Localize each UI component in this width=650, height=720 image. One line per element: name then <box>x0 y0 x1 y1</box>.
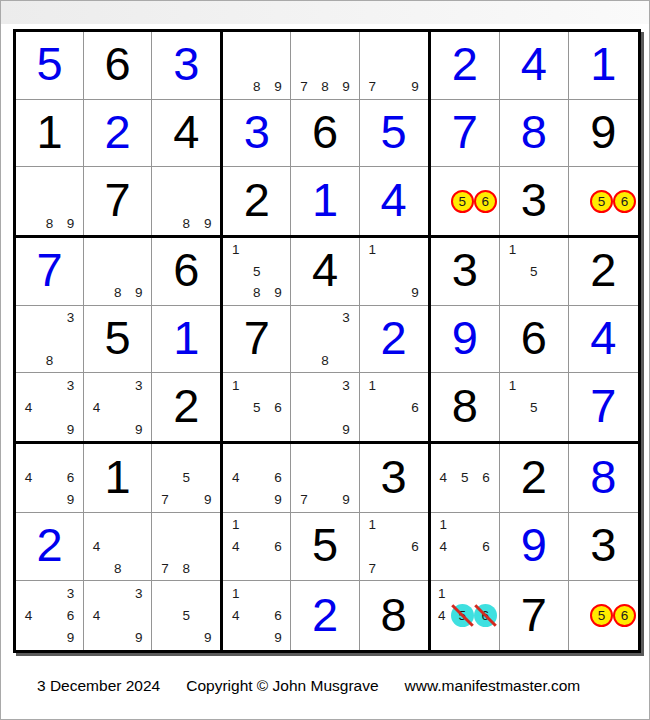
empty-candidate-slot <box>176 536 197 558</box>
sudoku-board: 5631248978989789793652142417895635678963… <box>13 29 641 653</box>
box-4: 789638513493492 <box>16 238 223 444</box>
cell-value: 8 <box>521 108 547 158</box>
empty-candidate-slot <box>60 445 81 467</box>
cell-r2c3[interactable]: 4 <box>152 100 220 168</box>
cell-value: 2 <box>244 176 270 226</box>
cell-r6c1[interactable]: 349 <box>16 373 84 441</box>
empty-candidate-slot <box>314 418 335 440</box>
empty-candidate-slot <box>107 627 128 649</box>
candidate-8: 8 <box>39 212 60 234</box>
empty-candidate-slot <box>86 418 107 440</box>
candidate-3: 3 <box>60 307 81 329</box>
empty-candidate-slot <box>502 261 523 283</box>
candidate-6: 6 <box>475 467 496 489</box>
empty-candidate-slot <box>502 396 523 418</box>
cell-value: 7 <box>521 591 547 641</box>
empty-candidate-slot <box>336 55 357 77</box>
cell-r7c8[interactable]: 2 <box>500 444 569 513</box>
empty-candidate-slot <box>545 282 566 304</box>
cell-value: 2 <box>381 314 407 364</box>
empty-candidate-slot <box>362 418 383 440</box>
cell-r4c2[interactable]: 89 <box>84 238 152 306</box>
cell-r9c6[interactable]: 8 <box>360 581 428 650</box>
candidate-grid: 456 <box>433 445 497 511</box>
candidate-grid: 349 <box>86 374 149 440</box>
empty-candidate-slot <box>454 514 475 536</box>
candidate-7: 7 <box>293 76 314 98</box>
empty-candidate-slot <box>267 557 288 579</box>
cell-r9c5[interactable]: 2 <box>291 581 359 650</box>
candidate-4: 4 <box>225 536 246 558</box>
empty-candidate-slot <box>39 467 60 489</box>
candidate-grid: 469 <box>18 445 81 511</box>
cell-r1c9[interactable]: 1 <box>569 32 638 100</box>
empty-candidate-slot <box>451 213 474 234</box>
cell-value: 4 <box>521 40 547 90</box>
cell-value: 4 <box>590 314 616 364</box>
cell-r5c3[interactable]: 1 <box>152 306 220 374</box>
cell-value: 5 <box>312 521 338 571</box>
cell-r6c9[interactable]: 7 <box>569 373 638 441</box>
empty-candidate-slot <box>86 282 107 304</box>
empty-candidate-slot <box>383 557 404 579</box>
cell-value: 5 <box>105 314 131 364</box>
empty-candidate-slot <box>154 467 175 489</box>
empty-candidate-slot <box>18 445 39 467</box>
empty-candidate-slot <box>433 489 454 511</box>
candidate-1: 1 <box>433 514 454 536</box>
cell-r8c2[interactable]: 48 <box>84 513 152 582</box>
empty-candidate-slot <box>246 557 267 579</box>
cell-r8c6[interactable]: 167 <box>360 513 428 582</box>
cell-value: 4 <box>312 246 338 296</box>
empty-candidate-slot <box>18 168 39 190</box>
highlighted-candidate-6: 6 <box>613 604 636 627</box>
candidate-grid: 1589 <box>225 239 288 304</box>
empty-candidate-slot <box>267 514 288 536</box>
cell-r3c8[interactable]: 3 <box>500 167 569 235</box>
empty-candidate-slot <box>267 418 288 440</box>
empty-candidate-slot <box>362 55 383 77</box>
cell-r6c8[interactable]: 15 <box>500 373 569 441</box>
empty-candidate-slot <box>18 328 39 350</box>
empty-candidate-slot <box>433 557 454 579</box>
empty-candidate-slot <box>314 467 335 489</box>
empty-candidate-slot <box>433 190 451 213</box>
candidate-3: 3 <box>336 307 357 329</box>
empty-candidate-slot <box>336 467 357 489</box>
empty-candidate-slot <box>60 190 81 212</box>
footer-date: 3 December 2024 <box>37 677 160 695</box>
cell-r9c7[interactable]: 1456 <box>431 581 500 650</box>
candidate-6: 6 <box>267 467 288 489</box>
candidate-grid: 56 <box>571 168 636 234</box>
empty-candidate-slot <box>246 33 267 55</box>
cell-r6c4[interactable]: 156 <box>223 373 291 441</box>
empty-candidate-slot <box>314 55 335 77</box>
cell-r4c3[interactable]: 6 <box>152 238 220 306</box>
cell-r7c1[interactable]: 469 <box>16 444 84 513</box>
cell-r8c7[interactable]: 146 <box>431 513 500 582</box>
cell-r4c5[interactable]: 4 <box>291 238 359 306</box>
candidate-9: 9 <box>128 627 149 649</box>
cell-r8c9[interactable]: 3 <box>569 513 638 582</box>
empty-candidate-slot <box>590 582 613 604</box>
candidate-grid: 1469 <box>225 582 288 649</box>
empty-candidate-slot <box>18 489 39 511</box>
empty-candidate-slot <box>86 514 107 536</box>
candidate-9: 9 <box>267 76 288 98</box>
cell-r9c9[interactable]: 56 <box>569 581 638 650</box>
empty-candidate-slot <box>267 239 288 261</box>
empty-candidate-slot <box>336 33 357 55</box>
cell-value: 1 <box>36 108 62 158</box>
empty-candidate-slot <box>314 396 335 418</box>
empty-candidate-slot <box>225 33 246 55</box>
window-title-strip <box>1 1 649 24</box>
cell-r3c1[interactable]: 89 <box>16 167 84 235</box>
box-1: 56312489789 <box>16 32 223 238</box>
candidate-grid: 15 <box>502 374 566 440</box>
empty-candidate-slot <box>39 582 60 604</box>
cell-r7c7[interactable]: 456 <box>431 444 500 513</box>
candidate-grid: 78 <box>154 514 218 580</box>
empty-candidate-slot <box>107 239 128 261</box>
cell-r8c5[interactable]: 5 <box>291 513 359 582</box>
empty-candidate-slot <box>39 489 60 511</box>
empty-candidate-slot <box>362 536 383 558</box>
cell-r7c2[interactable]: 1 <box>84 444 152 513</box>
empty-candidate-slot <box>383 239 404 261</box>
empty-candidate-slot <box>197 557 218 579</box>
candidate-9: 9 <box>336 489 357 511</box>
cell-r1c1[interactable]: 5 <box>16 32 84 100</box>
candidate-8: 8 <box>246 76 267 98</box>
candidate-8: 8 <box>39 350 60 372</box>
cell-r5c9[interactable]: 4 <box>569 306 638 374</box>
candidate-1: 1 <box>225 374 246 396</box>
empty-candidate-slot <box>39 374 60 396</box>
cell-r5c5[interactable]: 38 <box>291 306 359 374</box>
empty-candidate-slot <box>545 374 566 396</box>
candidate-9: 9 <box>336 418 357 440</box>
empty-candidate-slot <box>383 514 404 536</box>
empty-candidate-slot <box>154 627 175 649</box>
cell-r8c8[interactable]: 9 <box>500 513 569 582</box>
empty-candidate-slot <box>314 374 335 396</box>
cell-r9c2[interactable]: 349 <box>84 581 152 650</box>
cell-r5c7[interactable]: 9 <box>431 306 500 374</box>
empty-candidate-slot <box>404 261 425 283</box>
candidate-6: 6 <box>475 536 496 558</box>
cell-value: 2 <box>173 382 199 432</box>
cell-r7c5[interactable]: 79 <box>291 444 359 513</box>
candidate-slot-5: 5 <box>590 604 613 627</box>
cell-value: 2 <box>36 521 62 571</box>
cell-r8c4[interactable]: 146 <box>223 513 291 582</box>
candidate-1: 1 <box>362 239 383 261</box>
cell-r6c3[interactable]: 2 <box>152 373 220 441</box>
candidate-4: 4 <box>225 467 246 489</box>
empty-candidate-slot <box>293 374 314 396</box>
empty-candidate-slot <box>314 33 335 55</box>
empty-candidate-slot <box>571 627 590 649</box>
candidate-5: 5 <box>176 467 197 489</box>
empty-candidate-slot <box>433 213 451 234</box>
eliminated-candidate-5: 5 <box>451 604 474 627</box>
empty-candidate-slot <box>246 489 267 511</box>
cell-value: 4 <box>381 176 407 226</box>
empty-candidate-slot <box>246 514 267 536</box>
empty-candidate-slot <box>383 76 404 98</box>
cell-r7c4[interactable]: 469 <box>223 444 291 513</box>
empty-candidate-slot <box>107 536 128 558</box>
box-8: 4697931465167146928 <box>223 444 430 650</box>
empty-candidate-slot <box>60 396 81 418</box>
empty-candidate-slot <box>404 239 425 261</box>
empty-candidate-slot <box>154 582 175 604</box>
cell-r4c6[interactable]: 19 <box>360 238 428 306</box>
cell-r9c1[interactable]: 3469 <box>16 581 84 650</box>
empty-candidate-slot <box>523 374 544 396</box>
candidate-slot-6: 6 <box>474 604 497 627</box>
eliminated-candidate-6: 6 <box>474 604 497 627</box>
empty-candidate-slot <box>545 239 566 261</box>
cell-r4c7[interactable]: 3 <box>431 238 500 306</box>
empty-candidate-slot <box>267 261 288 283</box>
empty-candidate-slot <box>225 76 246 98</box>
empty-candidate-slot <box>336 350 357 372</box>
cell-r1c5[interactable]: 789 <box>291 32 359 100</box>
cell-r4c1[interactable]: 7 <box>16 238 84 306</box>
cell-r7c9[interactable]: 8 <box>569 444 638 513</box>
cell-value: 2 <box>105 108 131 158</box>
candidate-grid: 167 <box>362 514 426 580</box>
cell-value: 7 <box>105 176 131 226</box>
cell-r2c4[interactable]: 3 <box>223 100 291 168</box>
empty-candidate-slot <box>571 213 590 234</box>
cell-r6c6[interactable]: 16 <box>360 373 428 441</box>
empty-candidate-slot <box>86 582 107 604</box>
cell-r8c1[interactable]: 2 <box>16 513 84 582</box>
cell-value: 7 <box>452 108 478 158</box>
empty-candidate-slot <box>571 168 590 189</box>
candidate-3: 3 <box>60 582 81 604</box>
cell-value: 8 <box>452 382 478 432</box>
cell-r4c8[interactable]: 15 <box>500 238 569 306</box>
empty-candidate-slot <box>39 605 60 627</box>
footer: 3 December 2024 Copyright © John Musgrav… <box>37 677 580 695</box>
cell-value: 2 <box>312 591 338 641</box>
empty-candidate-slot <box>336 445 357 467</box>
cell-r3c4[interactable]: 2 <box>223 167 291 235</box>
candidate-9: 9 <box>128 282 149 304</box>
candidate-8: 8 <box>176 212 197 234</box>
empty-candidate-slot <box>225 557 246 579</box>
cell-r1c2[interactable]: 6 <box>84 32 152 100</box>
cell-r3c9[interactable]: 56 <box>569 167 638 235</box>
cell-r2c5[interactable]: 6 <box>291 100 359 168</box>
empty-candidate-slot <box>362 33 383 55</box>
cell-r6c2[interactable]: 349 <box>84 373 152 441</box>
candidate-4: 4 <box>18 467 39 489</box>
empty-candidate-slot <box>433 445 454 467</box>
candidate-grid: 38 <box>293 307 356 372</box>
cell-value: 6 <box>105 40 131 90</box>
cell-value: 1 <box>590 40 616 90</box>
empty-candidate-slot <box>383 396 404 418</box>
cell-r3c5[interactable]: 1 <box>291 167 359 235</box>
empty-candidate-slot <box>39 190 60 212</box>
empty-candidate-slot <box>86 261 107 283</box>
cell-r2c7[interactable]: 7 <box>431 100 500 168</box>
candidate-9: 9 <box>267 282 288 304</box>
empty-candidate-slot <box>60 350 81 372</box>
empty-candidate-slot <box>246 445 267 467</box>
candidate-9: 9 <box>404 282 425 304</box>
cell-r1c3[interactable]: 3 <box>152 32 220 100</box>
candidate-grid: 79 <box>293 445 356 511</box>
cell-r8c3[interactable]: 78 <box>152 513 220 582</box>
cell-r6c5[interactable]: 39 <box>291 373 359 441</box>
empty-candidate-slot <box>590 213 613 234</box>
cell-r5c6[interactable]: 2 <box>360 306 428 374</box>
cell-r3c6[interactable]: 4 <box>360 167 428 235</box>
cell-r7c6[interactable]: 3 <box>360 444 428 513</box>
empty-candidate-slot <box>267 582 288 604</box>
candidate-grid: 56 <box>571 582 636 649</box>
cell-value: 3 <box>173 40 199 90</box>
candidate-4: 4 <box>86 396 107 418</box>
empty-candidate-slot <box>18 582 39 604</box>
cell-value: 7 <box>244 314 270 364</box>
cell-r3c7[interactable]: 56 <box>431 167 500 235</box>
candidate-6: 6 <box>267 396 288 418</box>
empty-candidate-slot <box>128 261 149 283</box>
box-7: 469157924878346934959 <box>16 444 223 650</box>
empty-candidate-slot <box>18 418 39 440</box>
cell-r7c3[interactable]: 579 <box>152 444 220 513</box>
candidate-grid: 79 <box>362 33 426 98</box>
cell-value: 5 <box>36 40 62 90</box>
cell-value: 4 <box>173 108 199 158</box>
cell-value: 2 <box>452 40 478 90</box>
cell-r5c2[interactable]: 5 <box>84 306 152 374</box>
candidate-6: 6 <box>404 396 425 418</box>
empty-candidate-slot <box>433 627 451 649</box>
cell-r5c8[interactable]: 6 <box>500 306 569 374</box>
candidate-1: 1 <box>362 514 383 536</box>
highlighted-candidate-6: 6 <box>474 190 497 213</box>
empty-candidate-slot <box>590 627 613 649</box>
candidate-9: 9 <box>197 212 218 234</box>
cell-r2c9[interactable]: 9 <box>569 100 638 168</box>
cell-r1c7[interactable]: 2 <box>431 32 500 100</box>
empty-candidate-slot <box>197 536 218 558</box>
cell-r2c6[interactable]: 5 <box>360 100 428 168</box>
candidate-9: 9 <box>60 418 81 440</box>
cell-value: 9 <box>590 108 616 158</box>
empty-candidate-slot <box>293 55 314 77</box>
empty-candidate-slot <box>475 489 496 511</box>
empty-candidate-slot <box>197 168 218 190</box>
empty-candidate-slot <box>86 627 107 649</box>
empty-candidate-slot <box>383 374 404 396</box>
empty-candidate-slot <box>107 514 128 536</box>
empty-candidate-slot <box>362 396 383 418</box>
empty-candidate-slot <box>314 445 335 467</box>
cell-value: 6 <box>521 314 547 364</box>
empty-candidate-slot <box>197 582 218 604</box>
empty-candidate-slot <box>197 445 218 467</box>
candidate-8: 8 <box>314 350 335 372</box>
app-window: 5631248978989789793652142417895635678963… <box>0 0 650 720</box>
cell-r5c4[interactable]: 7 <box>223 306 291 374</box>
empty-candidate-slot <box>383 418 404 440</box>
cell-r2c8[interactable]: 8 <box>500 100 569 168</box>
highlighted-candidate-5: 5 <box>451 190 474 213</box>
empty-candidate-slot <box>336 396 357 418</box>
candidate-grid: 3469 <box>18 582 81 649</box>
cell-r1c8[interactable]: 4 <box>500 32 569 100</box>
cell-r4c9[interactable]: 2 <box>569 238 638 306</box>
candidate-grid: 16 <box>362 374 426 440</box>
candidate-grid: 146 <box>433 514 497 580</box>
cell-r4c4[interactable]: 1589 <box>223 238 291 306</box>
empty-candidate-slot <box>404 557 425 579</box>
empty-candidate-slot <box>571 604 590 627</box>
empty-candidate-slot <box>523 239 544 261</box>
cell-r1c6[interactable]: 79 <box>360 32 428 100</box>
empty-candidate-slot <box>176 168 197 190</box>
empty-candidate-slot <box>383 55 404 77</box>
empty-candidate-slot <box>571 190 590 213</box>
cell-r2c1[interactable]: 1 <box>16 100 84 168</box>
empty-candidate-slot <box>18 212 39 234</box>
cell-r9c8[interactable]: 7 <box>500 581 569 650</box>
cell-r9c3[interactable]: 59 <box>152 581 220 650</box>
cell-r9c4[interactable]: 1469 <box>223 581 291 650</box>
candidate-grid: 146 <box>225 514 288 580</box>
cell-r5c1[interactable]: 38 <box>16 306 84 374</box>
empty-candidate-slot <box>314 489 335 511</box>
empty-candidate-slot <box>154 536 175 558</box>
candidate-slot-6: 6 <box>613 604 636 627</box>
candidate-7: 7 <box>154 557 175 579</box>
cell-r1c4[interactable]: 89 <box>223 32 291 100</box>
candidate-9: 9 <box>128 418 149 440</box>
empty-candidate-slot <box>39 445 60 467</box>
candidate-9: 9 <box>336 76 357 98</box>
empty-candidate-slot <box>336 328 357 350</box>
candidate-grid: 579 <box>154 445 218 511</box>
cell-r3c3[interactable]: 89 <box>152 167 220 235</box>
candidate-4: 4 <box>18 605 39 627</box>
empty-candidate-slot <box>475 445 496 467</box>
empty-candidate-slot <box>404 514 425 536</box>
candidate-6: 6 <box>267 536 288 558</box>
candidate-4: 4 <box>18 396 39 418</box>
candidate-9: 9 <box>197 627 218 649</box>
cell-r6c7[interactable]: 8 <box>431 373 500 441</box>
candidate-slot-6: 6 <box>474 190 497 213</box>
empty-candidate-slot <box>613 168 636 189</box>
empty-candidate-slot <box>154 168 175 190</box>
cell-value: 9 <box>521 521 547 571</box>
cell-r3c2[interactable]: 7 <box>84 167 152 235</box>
candidate-4: 4 <box>433 467 454 489</box>
cell-r2c2[interactable]: 2 <box>84 100 152 168</box>
